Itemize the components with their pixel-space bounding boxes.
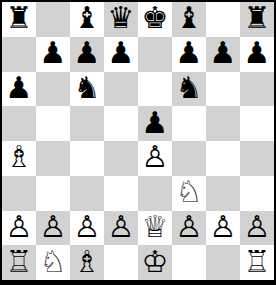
square-f6[interactable]: ♞ [172, 72, 206, 107]
square-f8[interactable]: ♝ [172, 2, 206, 37]
piece-black-pawn: ♟ [40, 38, 67, 68]
square-c3[interactable] [70, 176, 104, 211]
piece-white-king: ♔ [142, 247, 169, 277]
square-d6[interactable] [104, 72, 138, 107]
piece-white-rook: ♖ [244, 247, 271, 277]
square-b1[interactable]: ♘ [36, 245, 70, 280]
square-d7[interactable]: ♟ [104, 37, 138, 72]
square-b2[interactable]: ♙ [36, 211, 70, 246]
piece-black-rook: ♜ [244, 3, 271, 33]
square-b4[interactable] [36, 141, 70, 176]
piece-black-bishop: ♝ [74, 3, 101, 33]
square-e3[interactable] [138, 176, 172, 211]
square-a8[interactable]: ♜ [2, 2, 36, 37]
piece-white-pawn: ♙ [142, 142, 169, 172]
square-g2[interactable]: ♙ [206, 211, 240, 246]
square-b7[interactable]: ♟ [36, 37, 70, 72]
piece-white-bishop: ♗ [6, 142, 33, 172]
square-g1[interactable] [206, 245, 240, 280]
piece-white-knight: ♘ [176, 177, 203, 207]
square-b6[interactable] [36, 72, 70, 107]
square-a3[interactable] [2, 176, 36, 211]
chess-board: ♜♝♛♚♝♜♟♟♟♟♟♟♟♞♞♟♗♙♘♙♙♙♙♕♙♙♙♖♘♗♔♖ [2, 2, 274, 280]
square-g4[interactable] [206, 141, 240, 176]
square-h4[interactable] [240, 141, 274, 176]
square-e5[interactable]: ♟ [138, 106, 172, 141]
square-c8[interactable]: ♝ [70, 2, 104, 37]
square-a7[interactable] [2, 37, 36, 72]
square-d4[interactable] [104, 141, 138, 176]
piece-black-pawn: ♟ [108, 38, 135, 68]
piece-black-knight: ♞ [176, 73, 203, 103]
piece-white-pawn: ♙ [6, 212, 33, 242]
square-c6[interactable]: ♞ [70, 72, 104, 107]
piece-white-pawn: ♙ [40, 212, 67, 242]
square-d2[interactable]: ♙ [104, 211, 138, 246]
piece-white-pawn: ♙ [74, 212, 101, 242]
square-g5[interactable] [206, 106, 240, 141]
square-f5[interactable] [172, 106, 206, 141]
square-e8[interactable]: ♚ [138, 2, 172, 37]
square-f3[interactable]: ♘ [172, 176, 206, 211]
square-a1[interactable]: ♖ [2, 245, 36, 280]
piece-white-bishop: ♗ [74, 247, 101, 277]
square-c5[interactable] [70, 106, 104, 141]
square-d5[interactable] [104, 106, 138, 141]
square-e6[interactable] [138, 72, 172, 107]
piece-black-pawn: ♟ [142, 108, 169, 138]
piece-black-pawn: ♟ [244, 38, 271, 68]
square-e1[interactable]: ♔ [138, 245, 172, 280]
square-a2[interactable]: ♙ [2, 211, 36, 246]
piece-white-pawn: ♙ [176, 212, 203, 242]
square-c2[interactable]: ♙ [70, 211, 104, 246]
square-d1[interactable] [104, 245, 138, 280]
square-h8[interactable]: ♜ [240, 2, 274, 37]
square-f4[interactable] [172, 141, 206, 176]
square-a6[interactable]: ♟ [2, 72, 36, 107]
piece-white-pawn: ♙ [210, 212, 237, 242]
piece-black-rook: ♜ [6, 3, 33, 33]
square-b5[interactable] [36, 106, 70, 141]
square-f7[interactable]: ♟ [172, 37, 206, 72]
piece-black-pawn: ♟ [6, 73, 33, 103]
square-e7[interactable] [138, 37, 172, 72]
piece-black-queen: ♛ [108, 3, 135, 33]
square-b8[interactable] [36, 2, 70, 37]
square-g7[interactable]: ♟ [206, 37, 240, 72]
square-e4[interactable]: ♙ [138, 141, 172, 176]
piece-black-bishop: ♝ [176, 3, 203, 33]
square-b3[interactable] [36, 176, 70, 211]
square-e2[interactable]: ♕ [138, 211, 172, 246]
piece-white-pawn: ♙ [108, 212, 135, 242]
piece-white-knight: ♘ [40, 247, 67, 277]
square-a5[interactable] [2, 106, 36, 141]
square-c1[interactable]: ♗ [70, 245, 104, 280]
square-c7[interactable]: ♟ [70, 37, 104, 72]
square-h2[interactable]: ♙ [240, 211, 274, 246]
square-h7[interactable]: ♟ [240, 37, 274, 72]
square-h1[interactable]: ♖ [240, 245, 274, 280]
square-f1[interactable] [172, 245, 206, 280]
square-h3[interactable] [240, 176, 274, 211]
piece-white-pawn: ♙ [244, 212, 271, 242]
piece-black-knight: ♞ [74, 73, 101, 103]
piece-black-pawn: ♟ [176, 38, 203, 68]
square-f2[interactable]: ♙ [172, 211, 206, 246]
piece-black-pawn: ♟ [210, 38, 237, 68]
square-g8[interactable] [206, 2, 240, 37]
square-d3[interactable] [104, 176, 138, 211]
piece-white-queen: ♕ [142, 212, 169, 242]
square-a4[interactable]: ♗ [2, 141, 36, 176]
square-g6[interactable] [206, 72, 240, 107]
piece-black-king: ♚ [142, 3, 169, 33]
piece-white-rook: ♖ [6, 247, 33, 277]
piece-black-pawn: ♟ [74, 38, 101, 68]
square-d8[interactable]: ♛ [104, 2, 138, 37]
chess-board-frame: ♜♝♛♚♝♜♟♟♟♟♟♟♟♞♞♟♗♙♘♙♙♙♙♕♙♙♙♖♘♗♔♖ [0, 0, 276, 285]
square-h6[interactable] [240, 72, 274, 107]
square-c4[interactable] [70, 141, 104, 176]
square-h5[interactable] [240, 106, 274, 141]
square-g3[interactable] [206, 176, 240, 211]
